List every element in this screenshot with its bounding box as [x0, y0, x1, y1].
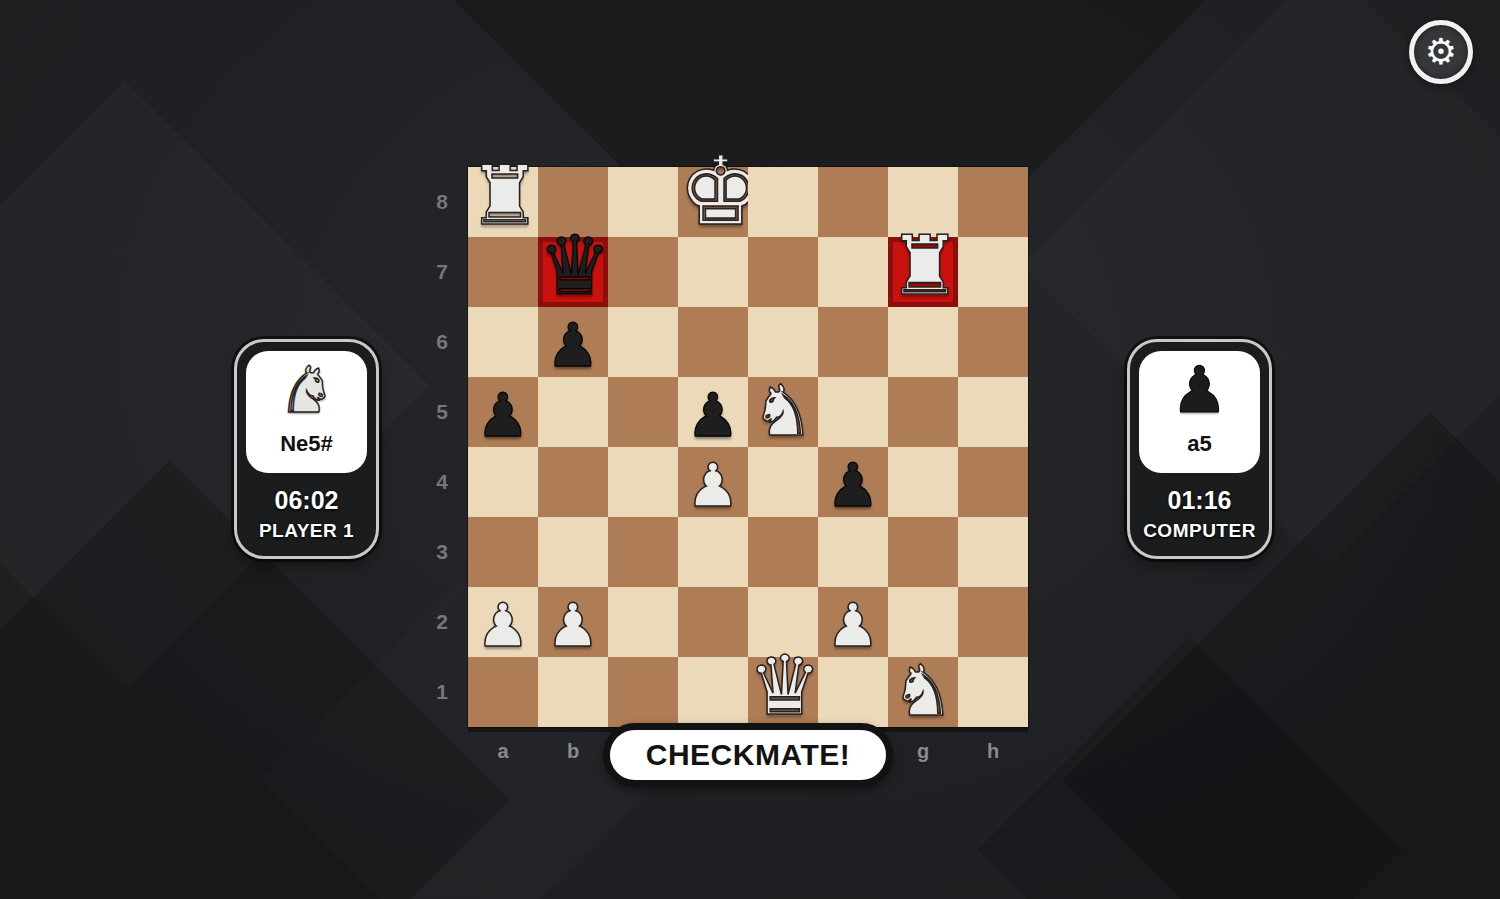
square-c5[interactable]: [608, 377, 678, 447]
file-label-b: b: [538, 740, 608, 763]
chess-board: ♜♚♛♜♟♟♟♞♟♟♟♟♟♛♞: [468, 167, 1028, 727]
rank-label-1: 1: [422, 657, 462, 727]
square-e7[interactable]: [748, 237, 818, 307]
square-d1[interactable]: [678, 657, 748, 727]
square-h4[interactable]: [958, 447, 1028, 517]
computer-last-move-panel: ♟ a5: [1139, 351, 1260, 473]
piece-white-queen[interactable]: ♛: [748, 646, 818, 726]
piece-white-pawn[interactable]: ♟: [538, 594, 608, 656]
square-c3[interactable]: [608, 517, 678, 587]
piece-black-pawn[interactable]: ♟: [468, 384, 538, 446]
gear-icon: ⚙: [1425, 34, 1457, 70]
square-h2[interactable]: [958, 587, 1028, 657]
piece-white-pawn[interactable]: ♟: [468, 594, 538, 656]
player1-last-move: Ne5#: [280, 431, 333, 457]
computer-clock: 01:16: [1168, 486, 1232, 515]
rank-label-3: 3: [422, 517, 462, 587]
square-d2[interactable]: [678, 587, 748, 657]
square-g4[interactable]: [888, 447, 958, 517]
square-e4[interactable]: [748, 447, 818, 517]
rank-label-7: 7: [422, 237, 462, 307]
rank-label-5: 5: [422, 377, 462, 447]
rank-label-2: 2: [422, 587, 462, 657]
square-g6[interactable]: [888, 307, 958, 377]
chess-board-area: 87654321 ♜♚♛♜♟♟♟♞♟♟♟♟♟♛♞ abcdefgh: [468, 167, 1028, 727]
piece-white-pawn[interactable]: ♟: [678, 454, 748, 516]
file-label-h: h: [958, 740, 1028, 763]
square-h8[interactable]: [958, 167, 1028, 237]
square-b4[interactable]: [538, 447, 608, 517]
rank-label-6: 6: [422, 307, 462, 377]
square-f6[interactable]: [818, 307, 888, 377]
square-e5[interactable]: ♞: [748, 377, 818, 447]
checkmate-banner: CHECKMATE!: [603, 723, 893, 787]
rank-label-8: 8: [422, 167, 462, 237]
player1-card: ♞ Ne5# 06:02 PLAYER 1: [234, 339, 379, 559]
piece-white-pawn[interactable]: ♟: [818, 594, 888, 656]
square-f5[interactable]: [818, 377, 888, 447]
square-f8[interactable]: [818, 167, 888, 237]
piece-white-knight[interactable]: ♞: [888, 656, 958, 726]
square-a1[interactable]: [468, 657, 538, 727]
background-diamond: [978, 638, 1402, 899]
chess-game-screen: 87654321 ♜♚♛♜♟♟♟♞♟♟♟♟♟♛♞ abcdefgh ♞ Ne5#…: [0, 0, 1500, 899]
square-d6[interactable]: [678, 307, 748, 377]
square-d7[interactable]: [678, 237, 748, 307]
square-a7[interactable]: [468, 237, 538, 307]
square-f2[interactable]: ♟: [818, 587, 888, 657]
square-c1[interactable]: [608, 657, 678, 727]
white-knight-icon: ♞: [278, 351, 335, 429]
square-d5[interactable]: ♟: [678, 377, 748, 447]
computer-card: ♟ a5 01:16 COMPUTER: [1127, 339, 1272, 559]
square-g2[interactable]: [888, 587, 958, 657]
square-c8[interactable]: [608, 167, 678, 237]
square-b6[interactable]: ♟: [538, 307, 608, 377]
rank-labels: 87654321: [422, 167, 462, 727]
square-h3[interactable]: [958, 517, 1028, 587]
square-h1[interactable]: [958, 657, 1028, 727]
settings-button[interactable]: ⚙: [1409, 20, 1473, 84]
square-b2[interactable]: ♟: [538, 587, 608, 657]
square-g5[interactable]: [888, 377, 958, 447]
square-g1[interactable]: ♞: [888, 657, 958, 727]
square-e1[interactable]: ♛: [748, 657, 818, 727]
piece-black-pawn[interactable]: ♟: [678, 384, 748, 446]
piece-white-knight[interactable]: ♞: [748, 376, 818, 446]
piece-black-pawn[interactable]: ♟: [818, 454, 888, 516]
square-h7[interactable]: [958, 237, 1028, 307]
square-h6[interactable]: [958, 307, 1028, 377]
rank-label-4: 4: [422, 447, 462, 517]
piece-white-rook[interactable]: ♜: [468, 156, 538, 236]
square-a5[interactable]: ♟: [468, 377, 538, 447]
square-a6[interactable]: [468, 307, 538, 377]
square-f1[interactable]: [818, 657, 888, 727]
square-a3[interactable]: [468, 517, 538, 587]
square-c7[interactable]: [608, 237, 678, 307]
square-d3[interactable]: [678, 517, 748, 587]
square-e6[interactable]: [748, 307, 818, 377]
piece-white-rook[interactable]: ♜: [888, 226, 958, 306]
square-g7[interactable]: ♜: [888, 237, 958, 307]
player1-name: PLAYER 1: [259, 520, 354, 542]
square-b7[interactable]: ♛: [538, 237, 608, 307]
piece-black-king[interactable]: ♛: [538, 226, 608, 306]
square-f7[interactable]: [818, 237, 888, 307]
square-b1[interactable]: [538, 657, 608, 727]
player1-last-move-panel: ♞ Ne5#: [246, 351, 367, 473]
black-pawn-icon: ♟: [1171, 351, 1228, 429]
square-g3[interactable]: [888, 517, 958, 587]
square-e3[interactable]: [748, 517, 818, 587]
square-f3[interactable]: [818, 517, 888, 587]
square-a2[interactable]: ♟: [468, 587, 538, 657]
file-label-g: g: [888, 740, 958, 763]
square-h5[interactable]: [958, 377, 1028, 447]
square-c2[interactable]: [608, 587, 678, 657]
square-d4[interactable]: ♟: [678, 447, 748, 517]
square-e8[interactable]: [748, 167, 818, 237]
square-a4[interactable]: [468, 447, 538, 517]
square-b5[interactable]: [538, 377, 608, 447]
piece-black-pawn[interactable]: ♟: [538, 314, 608, 376]
checkmate-banner-text: CHECKMATE!: [646, 738, 850, 772]
square-b3[interactable]: [538, 517, 608, 587]
computer-name: COMPUTER: [1143, 520, 1256, 542]
square-a8[interactable]: ♜: [468, 167, 538, 237]
square-f4[interactable]: ♟: [818, 447, 888, 517]
square-d8[interactable]: ♚: [678, 167, 748, 237]
computer-last-move: a5: [1187, 431, 1211, 457]
player1-clock: 06:02: [275, 486, 339, 515]
piece-white-king[interactable]: ♚: [678, 146, 748, 236]
square-c6[interactable]: [608, 307, 678, 377]
square-c4[interactable]: [608, 447, 678, 517]
file-label-a: a: [468, 740, 538, 763]
